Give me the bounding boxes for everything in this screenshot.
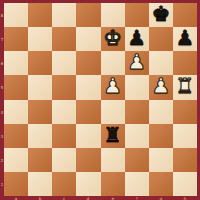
square-c3[interactable]	[52, 124, 76, 148]
square-f2[interactable]	[125, 148, 149, 172]
square-b8[interactable]	[28, 3, 52, 27]
square-h7[interactable]: ♟	[173, 27, 197, 51]
square-b4[interactable]	[28, 100, 52, 124]
square-h3[interactable]	[173, 124, 197, 148]
square-f5[interactable]	[125, 75, 149, 99]
square-a4[interactable]	[4, 100, 28, 124]
square-d8[interactable]	[76, 3, 100, 27]
square-e1[interactable]	[101, 172, 125, 196]
rank-label-8: 8	[0, 5, 3, 24]
white-pawn[interactable]: ♟	[127, 50, 146, 74]
square-h4[interactable]	[173, 100, 197, 124]
square-f6[interactable]: ♟	[125, 51, 149, 75]
square-a3[interactable]	[4, 124, 28, 148]
square-c1[interactable]	[52, 172, 76, 196]
square-f8[interactable]	[125, 3, 149, 27]
chess-board: ♚♚♟♟♟♟♟♜♜	[4, 3, 197, 196]
square-b5[interactable]	[28, 75, 52, 99]
square-h6[interactable]	[173, 51, 197, 75]
square-c5[interactable]	[52, 75, 76, 99]
square-g2[interactable]	[149, 148, 173, 172]
file-label-h: h	[175, 196, 194, 199]
square-h5[interactable]: ♜	[173, 75, 197, 99]
white-rook[interactable]: ♜	[176, 74, 195, 98]
square-e7[interactable]: ♚	[101, 27, 125, 51]
square-d1[interactable]	[76, 172, 100, 196]
square-a5[interactable]	[4, 75, 28, 99]
square-e8[interactable]	[101, 3, 125, 27]
square-h1[interactable]	[173, 172, 197, 196]
square-b3[interactable]	[28, 124, 52, 148]
square-e3[interactable]: ♜	[101, 124, 125, 148]
black-rook[interactable]: ♜	[103, 123, 122, 147]
square-e2[interactable]	[101, 148, 125, 172]
rank-label-7: 7	[0, 30, 3, 49]
square-g1[interactable]	[149, 172, 173, 196]
square-c6[interactable]	[52, 51, 76, 75]
square-g6[interactable]	[149, 51, 173, 75]
file-label-c: c	[55, 196, 74, 199]
rank-label-4: 4	[0, 102, 3, 121]
square-b6[interactable]	[28, 51, 52, 75]
square-e5[interactable]: ♟	[101, 75, 125, 99]
square-g3[interactable]	[149, 124, 173, 148]
white-pawn[interactable]: ♟	[151, 74, 170, 98]
square-d6[interactable]	[76, 51, 100, 75]
file-label-e: e	[103, 196, 122, 199]
square-g4[interactable]	[149, 100, 173, 124]
square-d2[interactable]	[76, 148, 100, 172]
rank-label-6: 6	[0, 54, 3, 73]
square-a6[interactable]	[4, 51, 28, 75]
square-f7[interactable]: ♟	[125, 27, 149, 51]
square-e4[interactable]	[101, 100, 125, 124]
square-h2[interactable]	[173, 148, 197, 172]
black-pawn[interactable]: ♟	[176, 26, 195, 50]
square-c7[interactable]	[52, 27, 76, 51]
square-g5[interactable]: ♟	[149, 75, 173, 99]
square-a2[interactable]	[4, 148, 28, 172]
square-g8[interactable]: ♚	[149, 3, 173, 27]
square-e6[interactable]	[101, 51, 125, 75]
square-d5[interactable]	[76, 75, 100, 99]
square-b2[interactable]	[28, 148, 52, 172]
file-label-g: g	[151, 196, 170, 199]
square-a7[interactable]	[4, 27, 28, 51]
square-h8[interactable]	[173, 3, 197, 27]
square-c2[interactable]	[52, 148, 76, 172]
square-a1[interactable]	[4, 172, 28, 196]
rank-label-3: 3	[0, 126, 3, 145]
square-f1[interactable]	[125, 172, 149, 196]
square-b1[interactable]	[28, 172, 52, 196]
square-g7[interactable]	[149, 27, 173, 51]
square-d3[interactable]	[76, 124, 100, 148]
square-c4[interactable]	[52, 100, 76, 124]
rank-label-1: 1	[0, 174, 3, 193]
rank-label-5: 5	[0, 78, 3, 97]
file-label-d: d	[79, 196, 98, 199]
file-labels: abcdefgh	[4, 196, 197, 200]
file-label-f: f	[127, 196, 146, 199]
square-d4[interactable]	[76, 100, 100, 124]
square-a8[interactable]	[4, 3, 28, 27]
black-king[interactable]: ♚	[151, 2, 170, 26]
rank-label-2: 2	[0, 150, 3, 169]
board-frame: ♚♚♟♟♟♟♟♜♜ 87654321 abcdefgh	[0, 0, 200, 200]
white-king[interactable]: ♚	[103, 26, 122, 50]
rank-labels: 87654321	[0, 3, 4, 196]
file-label-b: b	[31, 196, 50, 199]
square-f4[interactable]	[125, 100, 149, 124]
square-f3[interactable]	[125, 124, 149, 148]
white-pawn[interactable]: ♟	[103, 74, 122, 98]
file-label-a: a	[6, 196, 25, 199]
square-c8[interactable]	[52, 3, 76, 27]
square-b7[interactable]	[28, 27, 52, 51]
square-d7[interactable]	[76, 27, 100, 51]
black-pawn[interactable]: ♟	[127, 26, 146, 50]
